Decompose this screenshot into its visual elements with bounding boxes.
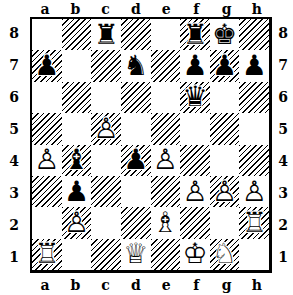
square-g1[interactable]: ♞♘: [210, 239, 240, 270]
white-pawn-icon: ♙: [180, 176, 210, 207]
piece-black-pawn-f7[interactable]: ♟: [180, 50, 210, 81]
square-d6[interactable]: [121, 82, 151, 113]
white-pawn-icon: ♙: [91, 113, 121, 144]
white-king-icon: ♔: [180, 239, 210, 270]
square-h8[interactable]: [239, 19, 269, 50]
black-rook-icon: ♜: [180, 19, 210, 50]
square-h4[interactable]: [239, 145, 269, 176]
file-label-bottom-d: d: [121, 274, 151, 295]
square-a4[interactable]: ♟♙: [32, 145, 62, 176]
square-d2[interactable]: [121, 207, 151, 238]
square-c4[interactable]: [91, 145, 121, 176]
white-queen-icon: ♕: [121, 239, 151, 270]
square-g3[interactable]: ♟♙: [210, 176, 240, 207]
file-label-top-f: f: [181, 0, 211, 17]
rank-label-left-5: 5: [0, 113, 28, 145]
square-b7[interactable]: [62, 50, 92, 81]
white-rook-icon: ♖: [239, 207, 269, 238]
square-d3[interactable]: [121, 176, 151, 207]
file-labels-bottom: abcdefgh: [30, 274, 272, 295]
square-a8[interactable]: [32, 19, 62, 50]
square-a5[interactable]: [32, 113, 62, 144]
black-queen-icon: ♛: [180, 82, 210, 113]
rank-label-left-6: 6: [0, 81, 28, 113]
rank-label-right-3: 3: [273, 177, 293, 209]
square-c3[interactable]: [91, 176, 121, 207]
square-e8[interactable]: [151, 19, 181, 50]
square-g4[interactable]: [210, 145, 240, 176]
square-h6[interactable]: [239, 82, 269, 113]
piece-white-queen-d1[interactable]: ♛♕: [121, 239, 151, 270]
square-e6[interactable]: [151, 82, 181, 113]
file-label-bottom-f: f: [181, 274, 211, 295]
white-knight-icon: ♘: [210, 239, 240, 270]
square-d5[interactable]: [121, 113, 151, 144]
square-f8[interactable]: ♜: [180, 19, 210, 50]
file-label-bottom-c: c: [91, 274, 121, 295]
square-b4[interactable]: ♝: [62, 145, 92, 176]
square-f1[interactable]: ♚♔: [180, 239, 210, 270]
piece-black-knight-d7[interactable]: ♞: [121, 50, 151, 81]
square-h5[interactable]: [239, 113, 269, 144]
piece-black-pawn-g7[interactable]: ♟: [210, 50, 240, 81]
black-rook-icon: ♜: [91, 19, 121, 50]
piece-white-pawn-g3[interactable]: ♟♙: [210, 176, 240, 207]
white-pawn-icon: ♙: [62, 207, 92, 238]
square-g8[interactable]: ♚: [210, 19, 240, 50]
square-g2[interactable]: [210, 207, 240, 238]
square-h7[interactable]: ♟: [239, 50, 269, 81]
chess-diagram: abcdefgh 87654321 ♜♜♚♟♞♟♟♟♛♟♙♟♙♝♟♟♙♟♟♙♟♙…: [0, 0, 293, 295]
square-e4[interactable]: ♟♙: [151, 145, 181, 176]
square-d7[interactable]: ♞: [121, 50, 151, 81]
square-h2[interactable]: ♜♖: [239, 207, 269, 238]
square-c8[interactable]: ♜: [91, 19, 121, 50]
rank-label-right-5: 5: [273, 113, 293, 145]
piece-black-pawn-d4[interactable]: ♟: [121, 145, 151, 176]
square-h1[interactable]: [239, 239, 269, 270]
file-label-bottom-h: h: [242, 274, 272, 295]
piece-black-queen-f6[interactable]: ♛: [180, 82, 210, 113]
piece-white-pawn-c5[interactable]: ♟♙: [91, 113, 121, 144]
square-e3[interactable]: [151, 176, 181, 207]
piece-white-pawn-h3[interactable]: ♟♙: [239, 176, 269, 207]
piece-black-rook-f8[interactable]: ♜: [180, 19, 210, 50]
file-label-top-g: g: [212, 0, 242, 17]
file-label-bottom-e: e: [151, 274, 181, 295]
piece-black-pawn-b3[interactable]: ♟: [62, 176, 92, 207]
square-h3[interactable]: ♟♙: [239, 176, 269, 207]
square-d1[interactable]: ♛♕: [121, 239, 151, 270]
square-d4[interactable]: ♟: [121, 145, 151, 176]
rank-labels-left: 87654321: [0, 17, 28, 273]
file-label-top-e: e: [151, 0, 181, 17]
file-label-top-h: h: [242, 0, 272, 17]
square-c2[interactable]: [91, 207, 121, 238]
square-f4[interactable]: [180, 145, 210, 176]
file-label-bottom-g: g: [212, 274, 242, 295]
square-b2[interactable]: ♟♙: [62, 207, 92, 238]
black-pawn-icon: ♟: [210, 50, 240, 81]
black-pawn-icon: ♟: [239, 50, 269, 81]
piece-white-bishop-e2[interactable]: ♝♗: [151, 207, 181, 238]
square-e1[interactable]: [151, 239, 181, 270]
file-label-top-b: b: [60, 0, 90, 17]
square-f2[interactable]: [180, 207, 210, 238]
square-a1[interactable]: ♜♖: [32, 239, 62, 270]
file-labels-top: abcdefgh: [30, 0, 272, 17]
white-pawn-icon: ♙: [151, 145, 181, 176]
piece-black-pawn-a7[interactable]: ♟: [32, 50, 62, 81]
file-label-bottom-b: b: [60, 274, 90, 295]
rank-labels-right: 87654321: [273, 17, 293, 273]
piece-black-pawn-h7[interactable]: ♟: [239, 50, 269, 81]
black-bishop-icon: ♝: [62, 145, 92, 176]
black-pawn-icon: ♟: [180, 50, 210, 81]
white-bishop-icon: ♗: [151, 207, 181, 238]
rank-label-left-7: 7: [0, 49, 28, 81]
square-g6[interactable]: [210, 82, 240, 113]
black-king-icon: ♚: [210, 19, 240, 50]
file-label-top-d: d: [121, 0, 151, 17]
square-b1[interactable]: [62, 239, 92, 270]
square-e5[interactable]: [151, 113, 181, 144]
white-rook-icon: ♖: [32, 239, 62, 270]
square-g7[interactable]: ♟: [210, 50, 240, 81]
file-label-top-a: a: [30, 0, 60, 17]
white-pawn-icon: ♙: [210, 176, 240, 207]
black-pawn-icon: ♟: [121, 145, 151, 176]
rank-label-right-7: 7: [273, 49, 293, 81]
white-pawn-icon: ♙: [239, 176, 269, 207]
square-f6[interactable]: ♛: [180, 82, 210, 113]
square-a2[interactable]: [32, 207, 62, 238]
rank-label-left-3: 3: [0, 177, 28, 209]
board[interactable]: ♜♜♚♟♞♟♟♟♛♟♙♟♙♝♟♟♙♟♟♙♟♙♟♙♟♙♝♗♜♖♜♖♛♕♚♔♞♘: [30, 17, 272, 273]
file-label-top-c: c: [91, 0, 121, 17]
square-b6[interactable]: [62, 82, 92, 113]
piece-white-knight-g1[interactable]: ♞♘: [210, 239, 240, 270]
rank-label-right-2: 2: [273, 209, 293, 241]
square-b5[interactable]: [62, 113, 92, 144]
rank-label-right-1: 1: [273, 241, 293, 273]
piece-black-rook-c8[interactable]: ♜: [91, 19, 121, 50]
rank-label-right-8: 8: [273, 17, 293, 49]
square-b3[interactable]: ♟: [62, 176, 92, 207]
rank-label-left-8: 8: [0, 17, 28, 49]
piece-white-pawn-f3[interactable]: ♟♙: [180, 176, 210, 207]
piece-white-rook-h2[interactable]: ♜♖: [239, 207, 269, 238]
square-e2[interactable]: ♝♗: [151, 207, 181, 238]
square-e7[interactable]: [151, 50, 181, 81]
piece-white-pawn-b2[interactable]: ♟♙: [62, 207, 92, 238]
rank-label-right-6: 6: [273, 81, 293, 113]
piece-black-king-g8[interactable]: ♚: [210, 19, 240, 50]
square-c7[interactable]: [91, 50, 121, 81]
square-b8[interactable]: [62, 19, 92, 50]
black-pawn-icon: ♟: [62, 176, 92, 207]
piece-white-pawn-e4[interactable]: ♟♙: [151, 145, 181, 176]
rank-label-left-1: 1: [0, 241, 28, 273]
square-d8[interactable]: [121, 19, 151, 50]
piece-white-pawn-a4[interactable]: ♟♙: [32, 145, 62, 176]
square-a6[interactable]: [32, 82, 62, 113]
piece-white-king-f1[interactable]: ♚♔: [180, 239, 210, 270]
square-c5[interactable]: ♟♙: [91, 113, 121, 144]
square-a7[interactable]: ♟: [32, 50, 62, 81]
square-c6[interactable]: [91, 82, 121, 113]
white-pawn-icon: ♙: [32, 145, 62, 176]
square-g5[interactable]: [210, 113, 240, 144]
square-a3[interactable]: [32, 176, 62, 207]
square-c1[interactable]: [91, 239, 121, 270]
square-f7[interactable]: ♟: [180, 50, 210, 81]
piece-white-rook-a1[interactable]: ♜♖: [32, 239, 62, 270]
rank-label-left-4: 4: [0, 145, 28, 177]
piece-black-bishop-b4[interactable]: ♝: [62, 145, 92, 176]
black-pawn-icon: ♟: [32, 50, 62, 81]
rank-label-right-4: 4: [273, 145, 293, 177]
rank-label-left-2: 2: [0, 209, 28, 241]
square-f5[interactable]: [180, 113, 210, 144]
file-label-bottom-a: a: [30, 274, 60, 295]
black-knight-icon: ♞: [121, 50, 151, 81]
square-f3[interactable]: ♟♙: [180, 176, 210, 207]
